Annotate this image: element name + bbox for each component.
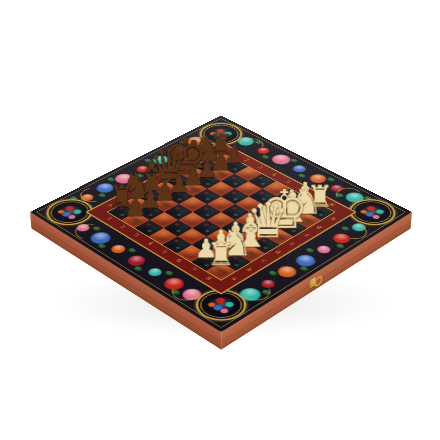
brass-latch-icon [309,272,322,291]
latch-plate [309,277,315,289]
chess-box: 12345678 12345678 hgfedcba hgfedcba ♜♞♝♛… [30,115,412,332]
scene: 12345678 12345678 hgfedcba hgfedcba ♜♞♝♛… [0,0,440,440]
white-rook: ♜ [202,239,240,271]
latch-ring [314,274,322,288]
black-pawn: ♟ [117,194,153,219]
product-photo: 12345678 12345678 hgfedcba hgfedcba ♜♞♝♛… [0,0,440,440]
